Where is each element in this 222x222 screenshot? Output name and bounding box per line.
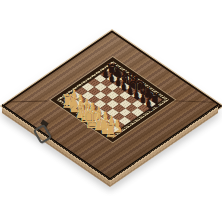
chess-set-photo: ♜♞♝♛♚♝♞♜♟♟♟♟♟♟♟♟♟♟♟♟♟♟♟♟♜♞♝♛♚♝♞♜ — [0, 0, 222, 222]
board-inner-band: ♜♞♝♛♚♝♞♜♟♟♟♟♟♟♟♟♟♟♟♟♟♟♟♟♜♞♝♛♚♝♞♜ — [60, 64, 165, 136]
board-border-band: ♜♞♝♛♚♝♞♜♟♟♟♟♟♟♟♟♟♟♟♟♟♟♟♟♜♞♝♛♚♝♞♜ — [50, 57, 174, 142]
board-grid: ♜♞♝♛♚♝♞♜♟♟♟♟♟♟♟♟♟♟♟♟♟♟♟♟♜♞♝♛♚♝♞♜ — [63, 66, 162, 134]
mosaic-inlay-border: ♜♞♝♛♚♝♞♜♟♟♟♟♟♟♟♟♟♟♟♟♟♟♟♟♜♞♝♛♚♝♞♜ — [56, 61, 169, 138]
chess-board-box-top: ♜♞♝♛♚♝♞♜♟♟♟♟♟♟♟♟♟♟♟♟♟♟♟♟♜♞♝♛♚♝♞♜ — [2, 30, 222, 181]
square-h1[interactable]: ♜ — [107, 125, 119, 133]
